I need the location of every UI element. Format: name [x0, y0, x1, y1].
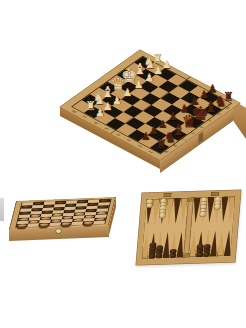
hinge-icon [187, 197, 195, 201]
chess-board: ♜♞♝♛♚♝♞♜♟♟♟♟♟♟♟♟♟♟♟♟♟♟♟♟♜♞♝♛♚♝♞♜ ABCDEFG… [60, 50, 240, 160]
hinge-icon [182, 253, 190, 257]
backgammon-point [210, 231, 219, 257]
checker-piece-light [83, 221, 93, 224]
checkers-board [9, 197, 116, 229]
photo-edge-artifact [0, 198, 4, 222]
backgammon-checker-light [146, 202, 153, 208]
clasp-latch-icon [56, 229, 61, 233]
backgammon-point [172, 198, 181, 224]
product-photo-canvas: ♜♞♝♛♚♝♞♜♟♟♟♟♟♟♟♟♟♟♟♟♟♟♟♟♜♞♝♛♚♝♞♜ ABCDEFG… [0, 0, 246, 328]
backgammon-point [217, 230, 226, 256]
checkers-square [93, 221, 105, 225]
chess-piece-dark-r: ♜ [223, 91, 234, 103]
hinge-icon [163, 193, 171, 197]
checker-piece-light [61, 222, 71, 225]
chess-box-corner [234, 101, 246, 139]
backgammon-checker-light [199, 211, 206, 217]
checker-piece-light [17, 224, 27, 227]
backgammon-point [224, 230, 233, 256]
hinge-icon [211, 192, 219, 196]
checkers-squares [15, 199, 111, 228]
backgammon-interior [141, 196, 235, 259]
backgammon-board [136, 190, 241, 265]
checker-piece-light [39, 223, 49, 226]
backgammon-checker-light [159, 213, 166, 219]
backgammon-checker-light [214, 204, 221, 210]
backgammon-point [226, 196, 235, 222]
